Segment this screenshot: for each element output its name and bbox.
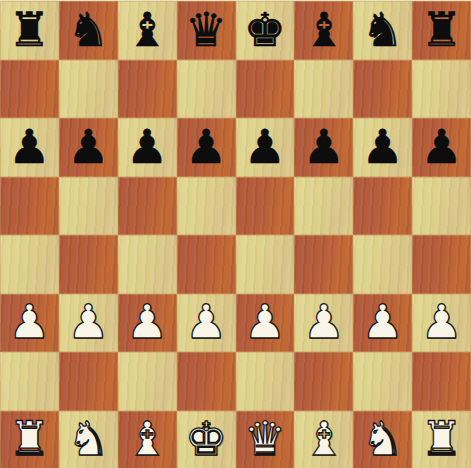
white-knight-icon: ♞ [362, 415, 404, 462]
square-c4[interactable] [118, 235, 177, 294]
white-rook-icon: ♜ [420, 415, 462, 462]
white-pawn-icon: ♟ [8, 298, 50, 345]
black-pawn-icon: ♟ [126, 123, 168, 170]
square-f4[interactable] [294, 235, 353, 294]
square-c7[interactable] [118, 60, 177, 119]
square-e5[interactable] [236, 177, 295, 236]
square-g7[interactable] [353, 60, 412, 119]
square-d5[interactable] [177, 177, 236, 236]
chess-board: ♜♞♝♛♚♝♞♜♟♟♟♟♟♟♟♟♟♟♟♟♟♟♟♟♜♞♝♚♛♝♞♜ [0, 1, 471, 468]
white-queen-icon: ♛ [244, 415, 286, 462]
white-bishop-icon: ♝ [126, 415, 168, 462]
square-d3[interactable]: ♟ [177, 294, 236, 353]
square-f6[interactable]: ♟ [294, 118, 353, 177]
square-c5[interactable] [118, 177, 177, 236]
white-bishop-icon: ♝ [303, 415, 345, 462]
white-pawn-icon: ♟ [303, 298, 345, 345]
square-e1[interactable]: ♛ [236, 411, 295, 468]
square-d2[interactable] [177, 352, 236, 411]
square-a4[interactable] [0, 235, 59, 294]
black-queen-icon: ♛ [185, 6, 227, 53]
square-e3[interactable]: ♟ [236, 294, 295, 353]
square-b1[interactable]: ♞ [59, 411, 118, 468]
square-a7[interactable] [0, 60, 59, 119]
square-f2[interactable] [294, 352, 353, 411]
square-c8[interactable]: ♝ [118, 1, 177, 60]
square-g8[interactable]: ♞ [353, 1, 412, 60]
square-g1[interactable]: ♞ [353, 411, 412, 468]
square-a5[interactable] [0, 177, 59, 236]
white-pawn-icon: ♟ [362, 298, 404, 345]
square-f3[interactable]: ♟ [294, 294, 353, 353]
black-pawn-icon: ♟ [244, 123, 286, 170]
square-c1[interactable]: ♝ [118, 411, 177, 468]
square-d8[interactable]: ♛ [177, 1, 236, 60]
square-a2[interactable] [0, 352, 59, 411]
black-knight-icon: ♞ [362, 6, 404, 53]
black-bishop-icon: ♝ [126, 6, 168, 53]
white-pawn-icon: ♟ [244, 298, 286, 345]
square-a6[interactable]: ♟ [0, 118, 59, 177]
white-pawn-icon: ♟ [420, 298, 462, 345]
square-c2[interactable] [118, 352, 177, 411]
square-b7[interactable] [59, 60, 118, 119]
square-h1[interactable]: ♜ [412, 411, 471, 468]
white-pawn-icon: ♟ [67, 298, 109, 345]
square-h2[interactable] [412, 352, 471, 411]
square-b8[interactable]: ♞ [59, 1, 118, 60]
black-king-icon: ♚ [244, 6, 286, 53]
black-rook-icon: ♜ [8, 6, 50, 53]
square-f8[interactable]: ♝ [294, 1, 353, 60]
black-pawn-icon: ♟ [185, 123, 227, 170]
white-knight-icon: ♞ [67, 415, 109, 462]
square-h8[interactable]: ♜ [412, 1, 471, 60]
white-pawn-icon: ♟ [185, 298, 227, 345]
white-rook-icon: ♜ [8, 415, 50, 462]
square-h3[interactable]: ♟ [412, 294, 471, 353]
square-b4[interactable] [59, 235, 118, 294]
square-e4[interactable] [236, 235, 295, 294]
square-f5[interactable] [294, 177, 353, 236]
square-a1[interactable]: ♜ [0, 411, 59, 468]
black-knight-icon: ♞ [67, 6, 109, 53]
square-d4[interactable] [177, 235, 236, 294]
chess-board-container: ♜♞♝♛♚♝♞♜♟♟♟♟♟♟♟♟♟♟♟♟♟♟♟♟♜♞♝♚♛♝♞♜ [0, 0, 471, 468]
black-bishop-icon: ♝ [303, 6, 345, 53]
white-king-icon: ♚ [185, 415, 227, 462]
black-pawn-icon: ♟ [67, 123, 109, 170]
square-d1[interactable]: ♚ [177, 411, 236, 468]
square-b2[interactable] [59, 352, 118, 411]
square-c3[interactable]: ♟ [118, 294, 177, 353]
square-b6[interactable]: ♟ [59, 118, 118, 177]
square-h6[interactable]: ♟ [412, 118, 471, 177]
square-a8[interactable]: ♜ [0, 1, 59, 60]
square-g2[interactable] [353, 352, 412, 411]
square-a3[interactable]: ♟ [0, 294, 59, 353]
square-d6[interactable]: ♟ [177, 118, 236, 177]
white-pawn-icon: ♟ [126, 298, 168, 345]
square-h7[interactable] [412, 60, 471, 119]
square-g4[interactable] [353, 235, 412, 294]
square-b5[interactable] [59, 177, 118, 236]
black-pawn-icon: ♟ [8, 123, 50, 170]
square-h5[interactable] [412, 177, 471, 236]
black-pawn-icon: ♟ [420, 123, 462, 170]
square-e6[interactable]: ♟ [236, 118, 295, 177]
square-e2[interactable] [236, 352, 295, 411]
square-d7[interactable] [177, 60, 236, 119]
square-g6[interactable]: ♟ [353, 118, 412, 177]
square-f7[interactable] [294, 60, 353, 119]
square-e7[interactable] [236, 60, 295, 119]
black-pawn-icon: ♟ [362, 123, 404, 170]
square-g5[interactable] [353, 177, 412, 236]
square-f1[interactable]: ♝ [294, 411, 353, 468]
square-c6[interactable]: ♟ [118, 118, 177, 177]
square-h4[interactable] [412, 235, 471, 294]
black-pawn-icon: ♟ [303, 123, 345, 170]
black-rook-icon: ♜ [420, 6, 462, 53]
square-b3[interactable]: ♟ [59, 294, 118, 353]
square-e8[interactable]: ♚ [236, 1, 295, 60]
square-g3[interactable]: ♟ [353, 294, 412, 353]
